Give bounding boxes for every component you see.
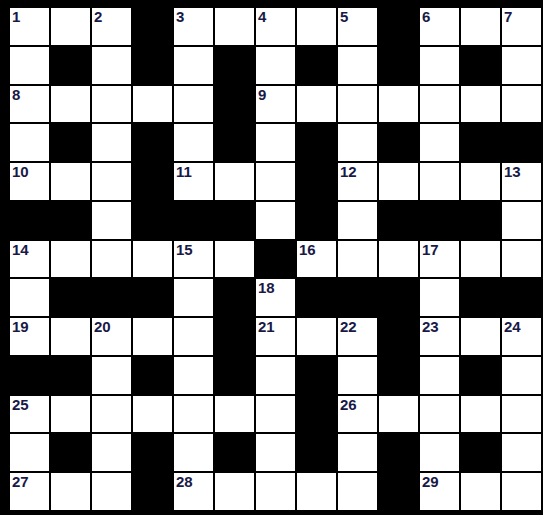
cell-r11c11[interactable] <box>420 396 459 433</box>
cell-r7c13[interactable] <box>502 241 541 278</box>
black-cell-r8c2 <box>51 279 90 316</box>
cell-r11c10[interactable] <box>379 396 418 433</box>
black-cell-r8c3 <box>92 279 131 316</box>
black-cell-r10c4 <box>133 357 172 394</box>
clue-number-11: 11 <box>176 164 192 179</box>
cell-r2c9[interactable] <box>338 47 377 84</box>
cell-r10c9[interactable] <box>338 357 377 394</box>
cell-r9c2[interactable] <box>51 318 90 355</box>
black-cell-r4c10 <box>379 124 418 161</box>
cell-r11c9[interactable]: 26 <box>338 396 377 433</box>
clue-number-20: 20 <box>94 319 111 334</box>
black-cell-r5c8 <box>297 163 336 200</box>
black-cell-r12c4 <box>133 434 172 471</box>
cell-r3c11[interactable] <box>420 86 459 123</box>
black-cell-r4c2 <box>51 124 90 161</box>
black-cell-r1c10 <box>379 8 418 45</box>
cell-r9c9[interactable]: 22 <box>338 318 377 355</box>
cell-r1c8[interactable] <box>297 8 336 45</box>
cell-r7c3[interactable] <box>92 241 131 278</box>
black-cell-r2c6 <box>215 47 254 84</box>
black-cell-r13c4 <box>133 473 172 510</box>
cell-r12c3[interactable] <box>92 434 131 471</box>
cell-r9c4[interactable] <box>133 318 172 355</box>
cell-r5c9[interactable]: 12 <box>338 163 377 200</box>
black-cell-r4c6 <box>215 124 254 161</box>
cell-r13c13[interactable] <box>502 473 541 510</box>
cell-r13c5[interactable]: 28 <box>174 473 213 510</box>
cell-r4c11[interactable] <box>420 124 459 161</box>
clue-number-2: 2 <box>94 9 102 24</box>
clue-number-26: 26 <box>340 397 357 412</box>
cell-r1c3[interactable]: 2 <box>92 8 131 45</box>
black-cell-r9c6 <box>215 318 254 355</box>
cell-r1c6[interactable] <box>215 8 254 45</box>
cell-r7c2[interactable] <box>51 241 90 278</box>
cell-r10c13[interactable] <box>502 357 541 394</box>
cell-r3c3[interactable] <box>92 86 131 123</box>
cell-r13c9[interactable] <box>338 473 377 510</box>
black-cell-r10c6 <box>215 357 254 394</box>
cell-r2c7[interactable] <box>256 47 295 84</box>
clue-number-13: 13 <box>504 164 521 179</box>
black-cell-r12c2 <box>51 434 90 471</box>
cell-r7c1[interactable]: 14 <box>10 241 49 278</box>
cell-r1c12[interactable] <box>461 8 500 45</box>
clue-number-24: 24 <box>504 319 521 334</box>
cell-r3c8[interactable] <box>297 86 336 123</box>
clue-number-17: 17 <box>422 242 439 257</box>
black-cell-r5c4 <box>133 163 172 200</box>
clue-number-15: 15 <box>176 242 193 257</box>
cell-r3c7[interactable]: 9 <box>256 86 295 123</box>
cell-r7c5[interactable]: 15 <box>174 241 213 278</box>
clue-number-28: 28 <box>176 474 193 489</box>
cell-r11c7[interactable] <box>256 396 295 433</box>
black-cell-r12c6 <box>215 434 254 471</box>
black-cell-r12c8 <box>297 434 336 471</box>
clue-number-29: 29 <box>422 474 439 489</box>
black-cell-r13c10 <box>379 473 418 510</box>
cell-r8c11[interactable] <box>420 279 459 316</box>
cell-r9c8[interactable] <box>297 318 336 355</box>
cell-r6c3[interactable] <box>92 202 131 239</box>
cell-r8c7[interactable]: 18 <box>256 279 295 316</box>
cell-r3c2[interactable] <box>51 86 90 123</box>
cell-r3c10[interactable] <box>379 86 418 123</box>
clue-number-9: 9 <box>258 87 266 102</box>
cell-r2c3[interactable] <box>92 47 131 84</box>
black-cell-r2c8 <box>297 47 336 84</box>
clue-number-14: 14 <box>12 242 29 257</box>
cell-r10c7[interactable] <box>256 357 295 394</box>
cell-r5c1[interactable]: 10 <box>10 163 49 200</box>
clue-number-19: 19 <box>12 319 29 334</box>
cell-r5c10[interactable] <box>379 163 418 200</box>
cell-r10c5[interactable] <box>174 357 213 394</box>
cell-r9c11[interactable]: 23 <box>420 318 459 355</box>
black-cell-r10c10 <box>379 357 418 394</box>
black-cell-r4c13 <box>502 124 541 161</box>
cell-r9c1[interactable]: 19 <box>10 318 49 355</box>
cell-r3c4[interactable] <box>133 86 172 123</box>
cell-r12c5[interactable] <box>174 434 213 471</box>
cell-r11c1[interactable]: 25 <box>10 396 49 433</box>
cell-r7c9[interactable] <box>338 241 377 278</box>
black-cell-r8c12 <box>461 279 500 316</box>
cell-r13c12[interactable] <box>461 473 500 510</box>
cell-r1c5[interactable]: 3 <box>174 8 213 45</box>
cell-r9c5[interactable] <box>174 318 213 355</box>
black-cell-r8c10 <box>379 279 418 316</box>
cell-r12c11[interactable] <box>420 434 459 471</box>
cell-r13c7[interactable] <box>256 473 295 510</box>
black-cell-r6c5 <box>174 202 213 239</box>
cell-r7c12[interactable] <box>461 241 500 278</box>
cell-r4c9[interactable] <box>338 124 377 161</box>
clue-number-27: 27 <box>12 474 29 489</box>
black-cell-r4c4 <box>133 124 172 161</box>
black-cell-r1c4 <box>133 8 172 45</box>
cell-r13c11[interactable]: 29 <box>420 473 459 510</box>
black-cell-r2c12 <box>461 47 500 84</box>
cell-r5c2[interactable] <box>51 163 90 200</box>
cell-r5c6[interactable] <box>215 163 254 200</box>
cell-r12c7[interactable] <box>256 434 295 471</box>
black-cell-r2c10 <box>379 47 418 84</box>
cell-r1c11[interactable]: 6 <box>420 8 459 45</box>
cell-r4c5[interactable] <box>174 124 213 161</box>
cell-r1c9[interactable]: 5 <box>338 8 377 45</box>
cell-r6c9[interactable] <box>338 202 377 239</box>
cell-r3c12[interactable] <box>461 86 500 123</box>
black-cell-r10c8 <box>297 357 336 394</box>
cell-r6c13[interactable] <box>502 202 541 239</box>
crossword-grid: 1234567891011121314151617181920212223242… <box>8 6 543 512</box>
cell-r9c13[interactable]: 24 <box>502 318 541 355</box>
black-cell-r8c9 <box>338 279 377 316</box>
black-cell-r8c13 <box>502 279 541 316</box>
black-cell-r12c10 <box>379 434 418 471</box>
black-cell-r7c7 <box>256 241 295 278</box>
black-cell-r10c12 <box>461 357 500 394</box>
black-cell-r9c10 <box>379 318 418 355</box>
clue-number-3: 3 <box>176 9 184 24</box>
cell-r3c9[interactable] <box>338 86 377 123</box>
cell-r2c5[interactable] <box>174 47 213 84</box>
clue-number-6: 6 <box>422 9 430 24</box>
cell-r2c11[interactable] <box>420 47 459 84</box>
cell-r5c7[interactable] <box>256 163 295 200</box>
clue-number-16: 16 <box>299 242 316 257</box>
black-cell-r6c8 <box>297 202 336 239</box>
cell-r13c2[interactable] <box>51 473 90 510</box>
cell-r11c6[interactable] <box>215 396 254 433</box>
cell-r3c1[interactable]: 8 <box>10 86 49 123</box>
clue-number-4: 4 <box>258 9 266 24</box>
cell-r1c13[interactable]: 7 <box>502 8 541 45</box>
cell-r7c10[interactable] <box>379 241 418 278</box>
clue-number-8: 8 <box>12 87 20 102</box>
clue-number-10: 10 <box>12 164 29 179</box>
cell-r9c7[interactable]: 21 <box>256 318 295 355</box>
black-cell-r6c11 <box>420 202 459 239</box>
black-cell-r6c10 <box>379 202 418 239</box>
black-cell-r6c1 <box>10 202 49 239</box>
cell-r5c11[interactable] <box>420 163 459 200</box>
black-cell-r2c2 <box>51 47 90 84</box>
cell-r2c13[interactable] <box>502 47 541 84</box>
cell-r5c12[interactable] <box>461 163 500 200</box>
cell-r11c3[interactable] <box>92 396 131 433</box>
black-cell-r6c4 <box>133 202 172 239</box>
cell-r7c6[interactable] <box>215 241 254 278</box>
black-cell-r6c2 <box>51 202 90 239</box>
cell-r9c3[interactable]: 20 <box>92 318 131 355</box>
cell-r10c3[interactable] <box>92 357 131 394</box>
clue-number-21: 21 <box>258 319 275 334</box>
black-cell-r6c6 <box>215 202 254 239</box>
crossword-page: 1234567891011121314151617181920212223242… <box>0 0 543 515</box>
black-cell-r6c12 <box>461 202 500 239</box>
cell-r11c13[interactable] <box>502 396 541 433</box>
cell-r13c1[interactable]: 27 <box>10 473 49 510</box>
cell-r13c6[interactable] <box>215 473 254 510</box>
black-cell-r11c8 <box>297 396 336 433</box>
cell-r6c7[interactable] <box>256 202 295 239</box>
cell-r8c5[interactable] <box>174 279 213 316</box>
black-cell-r8c4 <box>133 279 172 316</box>
clue-number-22: 22 <box>340 319 357 334</box>
cell-r4c3[interactable] <box>92 124 131 161</box>
black-cell-r2c4 <box>133 47 172 84</box>
cell-r8c1[interactable] <box>10 279 49 316</box>
black-cell-r4c12 <box>461 124 500 161</box>
cell-r12c9[interactable] <box>338 434 377 471</box>
cell-r11c2[interactable] <box>51 396 90 433</box>
cell-r12c13[interactable] <box>502 434 541 471</box>
cell-r5c13[interactable]: 13 <box>502 163 541 200</box>
clue-number-25: 25 <box>12 397 29 412</box>
black-cell-r8c8 <box>297 279 336 316</box>
cell-r5c5[interactable]: 11 <box>174 163 213 200</box>
cell-r7c4[interactable] <box>133 241 172 278</box>
cell-r1c2[interactable] <box>51 8 90 45</box>
cell-r13c8[interactable] <box>297 473 336 510</box>
cell-r2c1[interactable] <box>10 47 49 84</box>
cell-r3c5[interactable] <box>174 86 213 123</box>
clue-number-12: 12 <box>340 164 357 179</box>
black-cell-r8c6 <box>215 279 254 316</box>
cell-r11c12[interactable] <box>461 396 500 433</box>
cell-r1c1[interactable]: 1 <box>10 8 49 45</box>
cell-r9c12[interactable] <box>461 318 500 355</box>
cell-r4c1[interactable] <box>10 124 49 161</box>
clue-number-18: 18 <box>258 280 275 295</box>
cell-r7c8[interactable]: 16 <box>297 241 336 278</box>
cell-r11c5[interactable] <box>174 396 213 433</box>
cell-r11c4[interactable] <box>133 396 172 433</box>
cell-r12c1[interactable] <box>10 434 49 471</box>
cell-r3c13[interactable] <box>502 86 541 123</box>
cell-r1c7[interactable]: 4 <box>256 8 295 45</box>
black-cell-r12c12 <box>461 434 500 471</box>
cell-r5c3[interactable] <box>92 163 131 200</box>
clue-number-1: 1 <box>12 9 20 24</box>
black-cell-r10c2 <box>51 357 90 394</box>
clue-number-5: 5 <box>340 9 348 24</box>
black-cell-r4c8 <box>297 124 336 161</box>
cell-r13c3[interactable] <box>92 473 131 510</box>
cell-r4c7[interactable] <box>256 124 295 161</box>
cell-r10c11[interactable] <box>420 357 459 394</box>
cell-r7c11[interactable]: 17 <box>420 241 459 278</box>
clue-number-23: 23 <box>422 319 439 334</box>
black-cell-r10c1 <box>10 357 49 394</box>
black-cell-r3c6 <box>215 86 254 123</box>
clue-number-7: 7 <box>504 9 512 24</box>
